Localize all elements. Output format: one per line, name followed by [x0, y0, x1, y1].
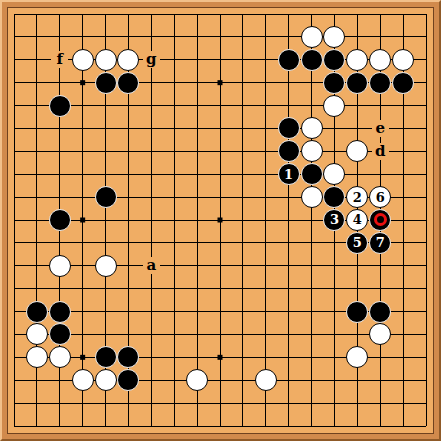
point-label-e[interactable]: e: [372, 120, 389, 137]
black-stone-c14r3[interactable]: [301, 49, 323, 71]
black-stone-c17r11[interactable]: 7: [369, 232, 391, 254]
white-stone-c15r5[interactable]: [323, 95, 345, 117]
black-stone-c16r4[interactable]: [346, 72, 368, 94]
black-stone-c15r9[interactable]: [323, 186, 345, 208]
white-stone-c17r3[interactable]: [369, 49, 391, 71]
white-stone-c16r10[interactable]: 4: [346, 209, 368, 231]
black-stone-c13r6[interactable]: [278, 117, 300, 139]
white-stone-c5r17[interactable]: [95, 369, 117, 391]
white-stone-c15r2[interactable]: [323, 26, 345, 48]
white-stone-c5r12[interactable]: [95, 255, 117, 277]
black-stone-c13r3[interactable]: [278, 49, 300, 71]
white-stone-c3r16[interactable]: [49, 346, 71, 368]
black-stone-c15r10[interactable]: 3: [323, 209, 345, 231]
point-label-d[interactable]: d: [372, 143, 389, 160]
black-stone-c5r16[interactable]: [95, 346, 117, 368]
point-label-a[interactable]: a: [143, 257, 160, 274]
black-stone-c15r4[interactable]: [323, 72, 345, 94]
white-stone-c12r17[interactable]: [255, 369, 277, 391]
white-stone-c16r9[interactable]: 2: [346, 186, 368, 208]
white-stone-c2r16[interactable]: [26, 346, 48, 368]
black-stone-c16r11[interactable]: 5: [346, 232, 368, 254]
move-number-3: 3: [330, 213, 339, 226]
white-stone-c14r9[interactable]: [301, 186, 323, 208]
point-label-f[interactable]: f: [51, 51, 68, 68]
move-number-6: 6: [376, 191, 385, 204]
black-stone-c5r9[interactable]: [95, 186, 117, 208]
black-stone-c3r10[interactable]: [49, 209, 71, 231]
white-stone-c17r15[interactable]: [369, 323, 391, 345]
move-number-5: 5: [353, 236, 362, 249]
white-stone-c15r8[interactable]: [323, 163, 345, 185]
black-stone-c6r4[interactable]: [117, 72, 139, 94]
circle-marker-icon: [374, 213, 387, 226]
black-stone-c3r14[interactable]: [49, 301, 71, 323]
black-stone-c16r14[interactable]: [346, 301, 368, 323]
go-board-diagram: 1263457adefg: [0, 0, 441, 441]
black-stone-c13r8[interactable]: 1: [278, 163, 300, 185]
black-stone-c2r14[interactable]: [26, 301, 48, 323]
black-stone-c18r4[interactable]: [392, 72, 414, 94]
black-stone-c14r8[interactable]: [301, 163, 323, 185]
move-number-7: 7: [376, 236, 385, 249]
white-stone-c16r16[interactable]: [346, 346, 368, 368]
white-stone-c14r7[interactable]: [301, 140, 323, 162]
board-cells: 1263457adefg: [3, 3, 438, 438]
white-stone-c2r15[interactable]: [26, 323, 48, 345]
black-stone-c6r16[interactable]: [117, 346, 139, 368]
black-stone-c15r3[interactable]: [323, 49, 345, 71]
black-stone-c3r5[interactable]: [49, 95, 71, 117]
black-stone-c17r14[interactable]: [369, 301, 391, 323]
white-stone-c18r3[interactable]: [392, 49, 414, 71]
move-number-1: 1: [284, 168, 293, 181]
black-stone-c3r15[interactable]: [49, 323, 71, 345]
white-stone-c16r3[interactable]: [346, 49, 368, 71]
white-stone-c14r6[interactable]: [301, 117, 323, 139]
white-stone-c6r3[interactable]: [117, 49, 139, 71]
white-stone-c3r12[interactable]: [49, 255, 71, 277]
black-stone-c17r10[interactable]: [369, 209, 391, 231]
black-stone-c13r7[interactable]: [278, 140, 300, 162]
white-stone-c9r17[interactable]: [186, 369, 208, 391]
white-stone-c14r2[interactable]: [301, 26, 323, 48]
white-stone-c17r9[interactable]: 6: [369, 186, 391, 208]
move-number-4: 4: [353, 213, 362, 226]
white-stone-c4r3[interactable]: [72, 49, 94, 71]
move-number-2: 2: [353, 191, 362, 204]
black-stone-c17r4[interactable]: [369, 72, 391, 94]
point-label-g[interactable]: g: [143, 51, 160, 68]
black-stone-c5r4[interactable]: [95, 72, 117, 94]
white-stone-c5r3[interactable]: [95, 49, 117, 71]
white-stone-c16r7[interactable]: [346, 140, 368, 162]
black-stone-c6r17[interactable]: [117, 369, 139, 391]
white-stone-c4r17[interactable]: [72, 369, 94, 391]
